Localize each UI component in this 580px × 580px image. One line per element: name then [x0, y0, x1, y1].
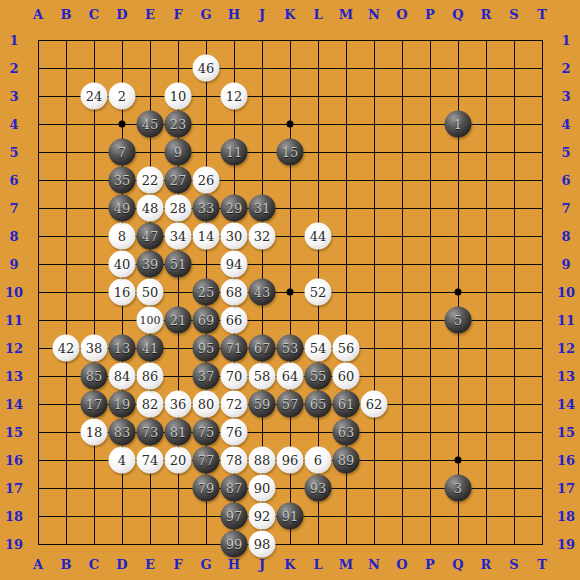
col-label-bottom-E: E — [145, 557, 155, 572]
stone-black-37-G13[interactable]: 37 — [193, 363, 220, 390]
col-label-top-P: P — [425, 7, 435, 22]
row-label-right-15: 15 — [557, 425, 575, 440]
row-label-right-9: 9 — [561, 257, 570, 272]
row-label-right-14: 14 — [557, 397, 575, 412]
stone-white-80-G14[interactable]: 80 — [193, 391, 220, 418]
col-label-top-H: H — [228, 7, 240, 22]
stone-black-53-K12[interactable]: 53 — [277, 335, 304, 362]
stone-black-43-J10[interactable]: 43 — [249, 279, 276, 306]
row-label-left-10: 10 — [5, 285, 23, 300]
col-label-bottom-P: P — [425, 557, 435, 572]
row-label-left-12: 12 — [5, 341, 23, 356]
col-label-bottom-B: B — [61, 557, 72, 572]
stone-white-14-G8[interactable]: 14 — [193, 223, 220, 250]
stone-black-65-L14[interactable]: 65 — [305, 391, 332, 418]
row-label-right-11: 11 — [557, 313, 575, 328]
stone-white-10-F3[interactable]: 10 — [165, 83, 192, 110]
col-label-bottom-C: C — [89, 557, 99, 572]
stone-white-46-G2[interactable]: 46 — [193, 55, 220, 82]
row-label-right-2: 2 — [561, 61, 570, 76]
row-label-left-2: 2 — [9, 61, 18, 76]
col-label-top-G: G — [200, 7, 211, 22]
stone-black-85-C13[interactable]: 85 — [81, 363, 108, 390]
col-label-bottom-J: J — [259, 557, 265, 572]
stone-white-52-L10[interactable]: 52 — [305, 279, 332, 306]
stone-white-22-E6[interactable]: 22 — [137, 167, 164, 194]
col-label-top-A: A — [33, 7, 43, 22]
stone-black-17-C14[interactable]: 17 — [81, 391, 108, 418]
col-label-bottom-H: H — [228, 557, 240, 572]
stone-black-29-H7[interactable]: 29 — [221, 195, 248, 222]
stone-white-66-H11[interactable]: 66 — [221, 307, 248, 334]
col-label-top-B: B — [61, 7, 72, 22]
stone-white-54-L12[interactable]: 54 — [305, 335, 332, 362]
stone-black-31-J7[interactable]: 31 — [249, 195, 276, 222]
col-label-top-R: R — [481, 7, 492, 22]
row-label-right-17: 17 — [557, 481, 575, 496]
row-label-right-19: 19 — [557, 537, 575, 552]
col-label-top-O: O — [396, 7, 407, 22]
stone-white-24-C3[interactable]: 24 — [81, 83, 108, 110]
star-point-Q16 — [455, 457, 462, 464]
stone-black-87-H17[interactable]: 87 — [221, 475, 248, 502]
col-label-top-K: K — [284, 7, 295, 22]
stone-white-2-D3[interactable]: 2 — [109, 83, 136, 110]
col-label-top-E: E — [145, 7, 155, 22]
row-label-left-17: 17 — [5, 481, 23, 496]
col-label-bottom-T: T — [537, 557, 547, 572]
stone-white-4-D16[interactable]: 4 — [109, 447, 136, 474]
col-label-bottom-A: A — [33, 557, 43, 572]
row-label-left-14: 14 — [5, 397, 23, 412]
stone-white-84-D13[interactable]: 84 — [109, 363, 136, 390]
stone-black-13-D12[interactable]: 13 — [109, 335, 136, 362]
col-label-bottom-G: G — [200, 557, 211, 572]
stone-black-55-L13[interactable]: 55 — [305, 363, 332, 390]
stone-black-59-J14[interactable]: 59 — [249, 391, 276, 418]
stone-white-90-J17[interactable]: 90 — [249, 475, 276, 502]
stone-black-23-F4[interactable]: 23 — [165, 111, 192, 138]
stone-white-86-E13[interactable]: 86 — [137, 363, 164, 390]
stone-black-47-E8[interactable]: 47 — [137, 223, 164, 250]
star-point-D4 — [119, 121, 126, 128]
col-label-top-C: C — [89, 7, 99, 22]
stone-black-11-H5[interactable]: 11 — [221, 139, 248, 166]
row-label-left-18: 18 — [5, 509, 23, 524]
stone-white-42-B12[interactable]: 42 — [53, 335, 80, 362]
row-label-right-16: 16 — [557, 453, 575, 468]
stone-white-74-E16[interactable]: 74 — [137, 447, 164, 474]
stone-white-50-E10[interactable]: 50 — [137, 279, 164, 306]
stone-black-79-G17[interactable]: 79 — [193, 475, 220, 502]
stone-black-27-F6[interactable]: 27 — [165, 167, 192, 194]
col-label-bottom-Q: Q — [452, 557, 463, 572]
row-label-left-6: 6 — [9, 173, 18, 188]
stone-white-38-C12[interactable]: 38 — [81, 335, 108, 362]
stone-black-67-J12[interactable]: 67 — [249, 335, 276, 362]
stone-black-3-Q17[interactable]: 3 — [445, 475, 472, 502]
stone-black-75-G15[interactable]: 75 — [193, 419, 220, 446]
stone-white-12-H3[interactable]: 12 — [221, 83, 248, 110]
stone-white-56-M12[interactable]: 56 — [333, 335, 360, 362]
stone-white-32-J8[interactable]: 32 — [249, 223, 276, 250]
col-label-bottom-M: M — [339, 557, 353, 572]
stone-black-33-G7[interactable]: 33 — [193, 195, 220, 222]
stone-white-98-J19[interactable]: 98 — [249, 531, 276, 558]
stone-black-25-G10[interactable]: 25 — [193, 279, 220, 306]
stone-black-57-K14[interactable]: 57 — [277, 391, 304, 418]
stone-white-70-H13[interactable]: 70 — [221, 363, 248, 390]
stone-white-44-L8[interactable]: 44 — [305, 223, 332, 250]
stone-white-34-F8[interactable]: 34 — [165, 223, 192, 250]
row-label-left-5: 5 — [9, 145, 18, 160]
row-label-right-8: 8 — [561, 229, 570, 244]
stone-black-69-G11[interactable]: 69 — [193, 307, 220, 334]
row-label-right-18: 18 — [557, 509, 575, 524]
stone-black-93-L17[interactable]: 93 — [305, 475, 332, 502]
row-label-left-9: 9 — [9, 257, 18, 272]
stone-black-91-K18[interactable]: 91 — [277, 503, 304, 530]
stone-black-71-H12[interactable]: 71 — [221, 335, 248, 362]
stone-black-49-D7[interactable]: 49 — [109, 195, 136, 222]
stone-black-73-E15[interactable]: 73 — [137, 419, 164, 446]
col-label-top-D: D — [116, 7, 127, 22]
stone-white-88-J16[interactable]: 88 — [249, 447, 276, 474]
row-label-right-12: 12 — [557, 341, 575, 356]
stone-black-83-D15[interactable]: 83 — [109, 419, 136, 446]
stone-white-26-G6[interactable]: 26 — [193, 167, 220, 194]
stone-white-78-H16[interactable]: 78 — [221, 447, 248, 474]
stone-black-51-F9[interactable]: 51 — [165, 251, 192, 278]
stone-white-92-J18[interactable]: 92 — [249, 503, 276, 530]
stone-white-8-D8[interactable]: 8 — [109, 223, 136, 250]
stone-black-45-E4[interactable]: 45 — [137, 111, 164, 138]
stone-white-40-D9[interactable]: 40 — [109, 251, 136, 278]
col-label-bottom-R: R — [481, 557, 492, 572]
row-label-right-6: 6 — [561, 173, 570, 188]
row-label-left-19: 19 — [5, 537, 23, 552]
col-label-top-T: T — [537, 7, 547, 22]
stone-white-76-H15[interactable]: 76 — [221, 419, 248, 446]
stone-white-36-F14[interactable]: 36 — [165, 391, 192, 418]
row-label-right-3: 3 — [561, 89, 570, 104]
stone-white-64-K13[interactable]: 64 — [277, 363, 304, 390]
row-label-right-4: 4 — [561, 117, 570, 132]
stone-white-100-E11[interactable]: 100 — [137, 307, 164, 334]
stone-white-82-E14[interactable]: 82 — [137, 391, 164, 418]
stone-white-62-N14[interactable]: 62 — [361, 391, 388, 418]
stone-black-39-E9[interactable]: 39 — [137, 251, 164, 278]
stone-black-99-H19[interactable]: 99 — [221, 531, 248, 558]
col-label-top-S: S — [509, 7, 518, 22]
col-label-bottom-L: L — [313, 557, 322, 572]
stone-white-16-D10[interactable]: 16 — [109, 279, 136, 306]
stone-white-28-F7[interactable]: 28 — [165, 195, 192, 222]
row-label-left-1: 1 — [9, 33, 18, 48]
stone-black-19-D14[interactable]: 19 — [109, 391, 136, 418]
col-label-top-N: N — [368, 7, 380, 22]
row-label-left-11: 11 — [5, 313, 23, 328]
stone-white-48-E7[interactable]: 48 — [137, 195, 164, 222]
col-label-bottom-S: S — [509, 557, 518, 572]
stone-white-96-K16[interactable]: 96 — [277, 447, 304, 474]
stone-black-1-Q4[interactable]: 1 — [445, 111, 472, 138]
row-label-left-3: 3 — [9, 89, 18, 104]
stone-white-20-F16[interactable]: 20 — [165, 447, 192, 474]
col-label-top-L: L — [313, 7, 322, 22]
col-label-top-F: F — [173, 7, 182, 22]
stone-white-72-H14[interactable]: 72 — [221, 391, 248, 418]
row-label-left-8: 8 — [9, 229, 18, 244]
row-label-left-13: 13 — [5, 369, 23, 384]
stone-black-97-H18[interactable]: 97 — [221, 503, 248, 530]
stone-black-9-F5[interactable]: 9 — [165, 139, 192, 166]
stone-white-58-J13[interactable]: 58 — [249, 363, 276, 390]
stone-white-30-H8[interactable]: 30 — [221, 223, 248, 250]
row-label-right-13: 13 — [557, 369, 575, 384]
col-label-bottom-N: N — [368, 557, 380, 572]
row-label-right-7: 7 — [561, 201, 570, 216]
col-label-bottom-F: F — [173, 557, 182, 572]
row-label-left-4: 4 — [9, 117, 18, 132]
stone-black-7-D5[interactable]: 7 — [109, 139, 136, 166]
stone-white-18-C15[interactable]: 18 — [81, 419, 108, 446]
stone-black-35-D6[interactable]: 35 — [109, 167, 136, 194]
col-label-top-M: M — [339, 7, 353, 22]
star-point-K4 — [287, 121, 294, 128]
col-label-bottom-O: O — [396, 557, 407, 572]
stone-black-95-G12[interactable]: 95 — [193, 335, 220, 362]
stone-white-68-H10[interactable]: 68 — [221, 279, 248, 306]
star-point-Q10 — [455, 289, 462, 296]
col-label-top-Q: Q — [452, 7, 463, 22]
star-point-K10 — [287, 289, 294, 296]
stone-black-41-E12[interactable]: 41 — [137, 335, 164, 362]
stone-black-77-G16[interactable]: 77 — [193, 447, 220, 474]
stone-black-61-M14[interactable]: 61 — [333, 391, 360, 418]
row-label-left-15: 15 — [5, 425, 23, 440]
row-label-right-10: 10 — [557, 285, 575, 300]
row-label-right-5: 5 — [561, 145, 570, 160]
row-label-right-1: 1 — [561, 33, 570, 48]
stone-black-15-K5[interactable]: 15 — [277, 139, 304, 166]
stone-black-21-F11[interactable]: 21 — [165, 307, 192, 334]
stone-black-5-Q11[interactable]: 5 — [445, 307, 472, 334]
stone-white-60-M13[interactable]: 60 — [333, 363, 360, 390]
col-label-bottom-D: D — [116, 557, 127, 572]
row-label-left-7: 7 — [9, 201, 18, 216]
stone-black-81-F15[interactable]: 81 — [165, 419, 192, 446]
stone-black-63-M15[interactable]: 63 — [333, 419, 360, 446]
stone-white-94-H9[interactable]: 94 — [221, 251, 248, 278]
row-label-left-16: 16 — [5, 453, 23, 468]
col-label-top-J: J — [259, 7, 265, 22]
stone-black-89-M16[interactable]: 89 — [333, 447, 360, 474]
col-label-bottom-K: K — [284, 557, 295, 572]
go-board[interactable]: AABBCCDDEEFFGGHHJJKKLLMMNNOOPPQQRRSSTT11… — [0, 0, 580, 580]
stone-white-6-L16[interactable]: 6 — [305, 447, 332, 474]
